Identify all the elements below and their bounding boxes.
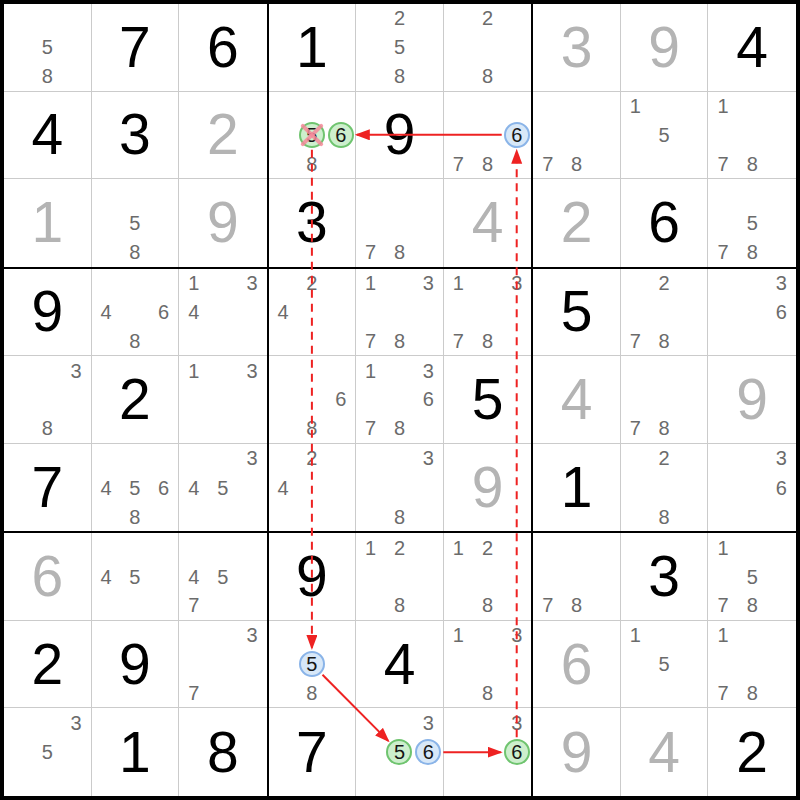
candidate-r1c5-2: 2 <box>386 5 412 31</box>
candidate-r8c6-1: 1 <box>445 622 471 648</box>
cell-r7c3[interactable]: 457 <box>179 533 267 621</box>
chain-candidate-blue-r2c6-6: 6 <box>504 122 530 148</box>
candidate-slot-2 <box>208 444 237 473</box>
candidate-slot-9 <box>767 149 796 178</box>
cell-value-given: 1 <box>119 724 151 781</box>
candidate-slot-6: 6 <box>149 473 178 502</box>
cell-r5c5[interactable]: 13678 <box>356 356 444 444</box>
candidate-r7c6-2: 2 <box>475 535 501 561</box>
cell-value-solved: 2 <box>561 194 593 251</box>
candidate-slot-5: 5 <box>120 562 149 591</box>
cell-r8c3[interactable]: 37 <box>179 621 267 709</box>
cell-r8c1[interactable]: 2 <box>4 621 92 709</box>
candidate-r5c3-3: 3 <box>239 358 265 384</box>
cell-r7c6[interactable]: 128 <box>444 533 532 621</box>
cell-r6c2[interactable]: 4568 <box>92 444 180 532</box>
cell-r8c7[interactable]: 6 <box>533 621 621 709</box>
cell-r6c1[interactable]: 7 <box>4 444 92 532</box>
candidate-r7c5-8: 8 <box>386 592 412 618</box>
candidate-grid: 37 <box>179 621 267 708</box>
candidate-grid: 15 <box>621 621 708 708</box>
candidate-slot-1 <box>533 92 562 121</box>
candidate-slot-4 <box>444 33 473 62</box>
candidate-slot-2 <box>562 533 591 562</box>
candidate-slot-8: 8 <box>385 237 414 266</box>
candidate-slot-5 <box>562 120 591 149</box>
candidate-r6c4-4: 4 <box>270 475 296 501</box>
cell-value-given: 7 <box>296 724 328 781</box>
candidate-r7c7-8: 8 <box>564 592 590 618</box>
candidate-slot-6 <box>591 120 620 149</box>
candidate-slot-7 <box>356 502 385 531</box>
cell-r4c2[interactable]: 468 <box>92 269 180 357</box>
candidate-slot-3 <box>326 356 355 385</box>
candidate-r7c9-8: 8 <box>739 592 765 618</box>
candidate-slot-6 <box>502 33 531 62</box>
candidate-slot-8 <box>208 679 237 708</box>
candidate-slot-2 <box>120 269 149 298</box>
candidate-slot-3 <box>414 533 443 562</box>
candidate-slot-9 <box>414 414 443 443</box>
candidate-slot-8 <box>298 326 327 355</box>
candidate-slot-7 <box>444 767 473 796</box>
cell-value-given: 6 <box>207 19 239 76</box>
chain-candidate-green-r2c4-6: 6 <box>328 122 354 148</box>
candidate-slot-6: 6 <box>502 738 531 767</box>
candidate-slot-1: 1 <box>356 269 385 298</box>
cell-r2c3[interactable]: 2 <box>179 92 267 180</box>
candidate-grid: 178 <box>708 92 796 179</box>
candidate-r4c3-3: 3 <box>239 270 265 296</box>
candidate-r5c8-7: 7 <box>622 415 648 441</box>
candidate-r5c3-1: 1 <box>181 358 207 384</box>
candidate-slot-5 <box>473 120 502 149</box>
cell-r8c9[interactable]: 178 <box>708 621 796 709</box>
candidate-slot-2 <box>33 356 62 385</box>
candidate-r3c2-8: 8 <box>122 239 148 265</box>
cell-r6c7[interactable]: 1 <box>533 444 621 532</box>
candidate-slot-3: 3 <box>502 708 531 737</box>
candidate-grid: 1378 <box>356 269 443 356</box>
candidate-slot-7 <box>269 679 298 708</box>
candidate-slot-3 <box>326 269 355 298</box>
cell-r4c1[interactable]: 9 <box>4 269 92 357</box>
candidate-slot-1: 1 <box>444 533 473 562</box>
cell-r5c1[interactable]: 38 <box>4 356 92 444</box>
candidate-grid: 28 <box>444 4 532 91</box>
candidate-r8c4-8: 8 <box>299 680 325 706</box>
candidate-slot-5 <box>650 385 679 414</box>
candidate-r6c5-8: 8 <box>386 504 412 530</box>
candidate-slot-8 <box>120 591 149 620</box>
cell-r7c4[interactable]: 9 <box>269 533 357 621</box>
candidate-slot-8: 8 <box>738 237 767 266</box>
candidate-slot-7 <box>269 326 298 355</box>
candidate-slot-8: 8 <box>473 591 502 620</box>
candidate-slot-6 <box>62 738 91 767</box>
cell-r2c7[interactable]: 78 <box>533 92 621 180</box>
cell-r6c3[interactable]: 345 <box>179 444 267 532</box>
candidate-slot-2 <box>473 269 502 298</box>
candidate-slot-6 <box>149 562 178 591</box>
candidate-grid: 58 <box>92 179 179 267</box>
candidate-slot-9 <box>679 414 708 443</box>
candidate-slot-7: 7 <box>444 326 473 355</box>
candidate-r7c9-1: 1 <box>710 535 736 561</box>
candidate-slot-8: 8 <box>385 502 414 531</box>
box-2: 12582856896783784 <box>268 3 533 268</box>
candidate-r1c5-8: 8 <box>386 63 412 89</box>
candidate-slot-5 <box>385 298 414 327</box>
box-6: 527836478912836 <box>532 268 797 533</box>
candidate-slot-1 <box>621 444 650 473</box>
candidate-slot-7: 7 <box>356 414 385 443</box>
cell-r8c5[interactable]: 4 <box>356 621 444 709</box>
candidate-slot-5: 5 <box>208 562 237 591</box>
candidate-slot-8: 8 <box>473 62 502 91</box>
candidate-slot-2 <box>385 179 414 208</box>
cell-r7c8[interactable]: 3 <box>621 533 709 621</box>
cell-value-given: 5 <box>472 371 504 428</box>
candidate-r5c4-6: 6 <box>328 386 354 412</box>
cell-r2c9[interactable]: 178 <box>708 92 796 180</box>
cell-r9c1[interactable]: 35 <box>4 708 92 796</box>
cell-value-given: 7 <box>31 459 63 516</box>
candidate-slot-4: 4 <box>179 562 208 591</box>
candidate-slot-1 <box>444 708 473 737</box>
cell-r7c7[interactable]: 78 <box>533 533 621 621</box>
candidate-r4c5-1: 1 <box>358 270 384 296</box>
cell-r5c8[interactable]: 78 <box>621 356 709 444</box>
candidate-r8c3-3: 3 <box>239 622 265 648</box>
candidate-slot-2 <box>650 356 679 385</box>
candidate-slot-7: 7 <box>533 591 562 620</box>
cell-r5c4[interactable]: 68 <box>269 356 357 444</box>
candidate-slot-6 <box>62 33 91 62</box>
candidate-r8c9-1: 1 <box>710 622 736 648</box>
cell-r1c9[interactable]: 4 <box>708 4 796 92</box>
candidate-r3c5-7: 7 <box>358 239 384 265</box>
candidate-slot-1 <box>356 4 385 33</box>
candidate-slot-7: 7 <box>621 414 650 443</box>
cell-r2c8[interactable]: 15 <box>621 92 709 180</box>
cell-r3c9[interactable]: 578 <box>708 179 796 267</box>
candidate-slot-6 <box>326 298 355 327</box>
candidate-grid: 1578 <box>708 533 796 620</box>
candidate-r2c7-7: 7 <box>535 151 561 177</box>
cell-r4c8[interactable]: 278 <box>621 269 709 357</box>
candidate-grid: 13 <box>179 356 267 443</box>
candidate-r4c5-8: 8 <box>386 328 412 354</box>
cell-r6c5[interactable]: 38 <box>356 444 444 532</box>
candidate-slot-6 <box>502 562 531 591</box>
cell-r1c7[interactable]: 3 <box>533 4 621 92</box>
cell-r5c2[interactable]: 2 <box>92 356 180 444</box>
cell-r2c2[interactable]: 3 <box>92 92 180 180</box>
cell-r5c3[interactable]: 13 <box>179 356 267 444</box>
candidate-slot-6 <box>679 385 708 414</box>
candidate-slot-3 <box>679 444 708 473</box>
candidate-slot-5 <box>738 650 767 679</box>
candidate-slot-9 <box>149 237 178 266</box>
cell-r3c1[interactable]: 1 <box>4 179 92 267</box>
candidate-slot-7 <box>179 414 208 443</box>
cell-r1c1[interactable]: 58 <box>4 4 92 92</box>
candidate-grid: 356 <box>356 708 443 796</box>
candidate-slot-4 <box>92 208 121 237</box>
candidate-slot-3 <box>149 444 178 473</box>
candidate-slot-8: 8 <box>385 326 414 355</box>
candidate-slot-3: 3 <box>237 444 266 473</box>
cell-r7c2[interactable]: 45 <box>92 533 180 621</box>
cell-value-solved: 4 <box>472 194 504 251</box>
cell-r8c4[interactable]: 58 <box>269 621 357 709</box>
candidate-slot-3: 3 <box>237 269 266 298</box>
candidate-r6c8-8: 8 <box>651 504 677 530</box>
cell-r3c8[interactable]: 6 <box>621 179 709 267</box>
candidate-slot-6 <box>414 208 443 237</box>
cell-r7c1[interactable]: 6 <box>4 533 92 621</box>
cell-value-solved: 9 <box>207 194 239 251</box>
cell-r9c8[interactable]: 4 <box>621 708 709 796</box>
cell-r2c6[interactable]: 678 <box>444 92 532 180</box>
cell-r9c7[interactable]: 9 <box>533 708 621 796</box>
cell-r1c8[interactable]: 9 <box>621 4 709 92</box>
chain-candidate-blue-r8c4-5: 5 <box>299 651 325 677</box>
cell-r3c7[interactable]: 2 <box>533 179 621 267</box>
cell-r1c4[interactable]: 1 <box>269 4 357 92</box>
candidate-slot-6 <box>502 650 531 679</box>
candidate-slot-5 <box>473 33 502 62</box>
cell-r4c5[interactable]: 1378 <box>356 269 444 357</box>
candidate-slot-3 <box>767 533 796 562</box>
cell-r7c5[interactable]: 128 <box>356 533 444 621</box>
cell-r7c9[interactable]: 1578 <box>708 533 796 621</box>
candidate-grid: 138 <box>444 621 532 708</box>
candidate-slot-8: 8 <box>33 414 62 443</box>
candidate-slot-1 <box>621 356 650 385</box>
candidate-slot-5: 5 <box>385 33 414 62</box>
candidate-slot-5: 5 <box>385 738 414 767</box>
candidate-slot-8: 8 <box>562 149 591 178</box>
candidate-slot-4: 4 <box>92 298 121 327</box>
candidate-r4c6-8: 8 <box>475 328 501 354</box>
cell-r1c2[interactable]: 7 <box>92 4 180 92</box>
candidate-slot-7 <box>444 62 473 91</box>
candidate-slot-4 <box>708 562 737 591</box>
box-3: 394781517826578 <box>532 3 797 268</box>
candidate-grid: 15 <box>621 92 708 179</box>
cell-value-given: 2 <box>31 636 63 693</box>
candidate-grid: 58 <box>4 4 91 91</box>
candidate-slot-9 <box>679 149 708 178</box>
candidate-slot-1: 1 <box>708 533 737 562</box>
cell-r4c9[interactable]: 36 <box>708 269 796 357</box>
cell-r9c4[interactable]: 7 <box>269 708 357 796</box>
candidate-r2c7-8: 8 <box>564 151 590 177</box>
candidate-r1c1-5: 5 <box>34 34 60 60</box>
candidate-slot-2 <box>298 621 327 650</box>
candidate-slot-3 <box>679 269 708 298</box>
chain-candidate-green-r9c6-6: 6 <box>504 739 530 765</box>
cell-r3c6[interactable]: 4 <box>444 179 532 267</box>
candidate-r3c9-8: 8 <box>739 239 765 265</box>
candidate-slot-8: 8 <box>120 502 149 531</box>
candidate-slot-2 <box>298 356 327 385</box>
candidate-slot-2 <box>473 708 502 737</box>
candidate-slot-3 <box>149 179 178 208</box>
candidate-r6c3-3: 3 <box>239 445 265 471</box>
candidate-slot-8: 8 <box>473 149 502 178</box>
candidate-slot-5 <box>298 298 327 327</box>
candidate-r8c8-1: 1 <box>622 622 648 648</box>
candidate-slot-4 <box>708 650 737 679</box>
candidate-r7c7-7: 7 <box>535 592 561 618</box>
candidate-slot-9 <box>502 62 531 91</box>
cell-r1c5[interactable]: 258 <box>356 4 444 92</box>
candidate-slot-2 <box>473 92 502 121</box>
candidate-slot-3 <box>326 444 355 473</box>
cell-r9c9[interactable]: 2 <box>708 708 796 796</box>
candidate-r4c6-3: 3 <box>504 270 530 296</box>
candidate-slot-8 <box>208 502 237 531</box>
cell-r6c4[interactable]: 24 <box>269 444 357 532</box>
candidate-slot-4: 4 <box>92 473 121 502</box>
cell-r6c6[interactable]: 9 <box>444 444 532 532</box>
candidate-slot-9 <box>502 149 531 178</box>
candidate-slot-9 <box>591 591 620 620</box>
candidate-slot-4 <box>444 738 473 767</box>
candidate-slot-9 <box>679 679 708 708</box>
candidate-slot-6 <box>767 650 796 679</box>
candidate-slot-9 <box>414 237 443 266</box>
candidate-slot-7 <box>179 502 208 531</box>
candidate-grid: 278 <box>621 269 708 356</box>
candidate-slot-1: 1 <box>356 533 385 562</box>
candidate-slot-1 <box>708 444 737 473</box>
candidate-slot-6: 6 <box>149 298 178 327</box>
candidate-slot-4 <box>708 208 737 237</box>
candidate-r4c8-7: 7 <box>622 328 648 354</box>
candidate-slot-5: 5 <box>120 208 149 237</box>
candidate-slot-3 <box>62 4 91 33</box>
cell-r4c6[interactable]: 1378 <box>444 269 532 357</box>
cell-r1c6[interactable]: 28 <box>444 4 532 92</box>
candidate-slot-8: 8 <box>473 326 502 355</box>
candidate-r1c5-5: 5 <box>386 34 412 60</box>
cell-r2c4[interactable]: 568 <box>269 92 357 180</box>
candidate-slot-5 <box>208 650 237 679</box>
chain-candidate-green-r9c5-5: 5 <box>386 739 412 765</box>
cell-r9c5[interactable]: 356 <box>356 708 444 796</box>
candidate-slot-2 <box>562 92 591 121</box>
candidate-slot-6: 6 <box>767 473 796 502</box>
candidate-grid: 678 <box>444 92 532 179</box>
candidate-slot-9 <box>679 502 708 531</box>
cell-value-solved: 9 <box>472 459 504 516</box>
cell-r2c5[interactable]: 9 <box>356 92 444 180</box>
cell-r3c5[interactable]: 78 <box>356 179 444 267</box>
candidate-slot-9 <box>502 767 531 796</box>
candidate-r4c4-4: 4 <box>270 299 296 325</box>
cell-r8c2[interactable]: 9 <box>92 621 180 709</box>
candidate-r8c6-3: 3 <box>504 622 530 648</box>
cell-value-given: 3 <box>119 106 151 163</box>
candidate-slot-8: 8 <box>385 414 414 443</box>
candidate-slot-4 <box>356 562 385 591</box>
cell-r5c9[interactable]: 9 <box>708 356 796 444</box>
cell-r8c8[interactable]: 15 <box>621 621 709 709</box>
candidate-r5c8-8: 8 <box>651 415 677 441</box>
cell-r4c4[interactable]: 24 <box>269 269 357 357</box>
cell-value-given: 9 <box>119 636 151 693</box>
candidate-grid: 36 <box>708 269 796 356</box>
candidate-r7c6-1: 1 <box>445 535 471 561</box>
candidate-slot-4 <box>356 738 385 767</box>
cell-r3c3[interactable]: 9 <box>179 179 267 267</box>
candidate-slot-4 <box>356 33 385 62</box>
candidate-r8c9-8: 8 <box>739 680 765 706</box>
cell-r1c3[interactable]: 6 <box>179 4 267 92</box>
cell-r9c2[interactable]: 1 <box>92 708 180 796</box>
candidate-slot-2 <box>650 621 679 650</box>
candidate-slot-3 <box>679 92 708 121</box>
cell-r5c6[interactable]: 5 <box>444 356 532 444</box>
candidate-slot-7: 7 <box>708 679 737 708</box>
candidate-slot-5 <box>562 562 591 591</box>
cell-r4c7[interactable]: 5 <box>533 269 621 357</box>
cell-r5c7[interactable]: 4 <box>533 356 621 444</box>
candidate-slot-8 <box>208 414 237 443</box>
candidate-slot-1 <box>269 92 298 121</box>
candidate-r9c6-3: 3 <box>504 710 530 736</box>
candidate-slot-5 <box>473 562 502 591</box>
candidate-slot-6 <box>237 562 266 591</box>
sudoku-board: 5876432158912582856896783784394781517826… <box>0 0 800 800</box>
candidate-slot-8 <box>650 149 679 178</box>
cell-r6c8[interactable]: 28 <box>621 444 709 532</box>
candidate-r5c5-6: 6 <box>415 386 441 412</box>
candidate-slot-8: 8 <box>33 62 62 91</box>
candidate-slot-7 <box>356 591 385 620</box>
cell-r9c3[interactable]: 8 <box>179 708 267 796</box>
candidate-slot-1 <box>356 444 385 473</box>
cell-value-given: 9 <box>384 106 416 163</box>
cell-r8c6[interactable]: 138 <box>444 621 532 709</box>
cell-r3c2[interactable]: 58 <box>92 179 180 267</box>
candidate-slot-2 <box>33 708 62 737</box>
cell-r6c9[interactable]: 36 <box>708 444 796 532</box>
cell-r2c1[interactable]: 4 <box>4 92 92 180</box>
candidate-slot-4 <box>621 120 650 149</box>
candidate-r4c6-7: 7 <box>445 328 471 354</box>
candidate-slot-4 <box>708 298 737 327</box>
cell-r4c3[interactable]: 134 <box>179 269 267 357</box>
candidate-slot-4 <box>621 650 650 679</box>
cell-r9c6[interactable]: 36 <box>444 708 532 796</box>
candidate-slot-6 <box>502 298 531 327</box>
candidate-r7c2-5: 5 <box>122 564 148 590</box>
cell-r3c4[interactable]: 3 <box>269 179 357 267</box>
candidate-slot-7: 7 <box>179 679 208 708</box>
candidate-r3c2-5: 5 <box>122 210 148 236</box>
cell-value-given: 2 <box>119 371 151 428</box>
candidate-slot-2 <box>473 621 502 650</box>
candidate-slot-2 <box>208 269 237 298</box>
box-9: 7831578615178942 <box>532 532 797 797</box>
candidate-slot-4 <box>4 385 33 414</box>
candidate-slot-3 <box>679 621 708 650</box>
